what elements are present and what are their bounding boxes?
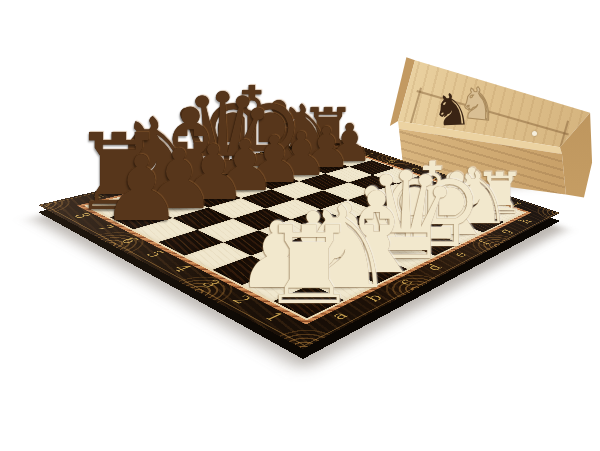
knight-logo-icon: ♞ [431,87,472,132]
piece-black-pawn[interactable]: ♟ [101,144,182,234]
box-logo: ♞ ♞ [432,80,512,136]
chess-set-photo: ♞ ♞ abcdefgh abcdefgh 87654321 87654321 … [0,0,600,451]
box-pin-dot [532,131,537,136]
piece-white-rook[interactable]: ♜ [261,212,358,320]
